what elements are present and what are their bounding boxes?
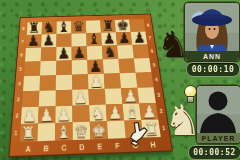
- square-g5[interactable]: [118, 59, 135, 74]
- square-a1[interactable]: ♜: [20, 124, 38, 142]
- square-e6[interactable]: [87, 46, 103, 60]
- coord-label: 8: [144, 20, 152, 31]
- white-pawn-piece[interactable]: ♟: [72, 89, 89, 107]
- black-pawn-piece[interactable]: ♟: [87, 58, 103, 75]
- square-f1[interactable]: [107, 121, 126, 139]
- coord-label: 1: [12, 125, 21, 140]
- white-pawn-piece[interactable]: ♟: [20, 107, 38, 125]
- square-e4[interactable]: ♟: [88, 74, 105, 90]
- square-h5[interactable]: [134, 58, 152, 73]
- white-pawn-piece[interactable]: ♟: [38, 106, 56, 124]
- square-f7[interactable]: ♟: [101, 32, 117, 45]
- white-pawn-piece[interactable]: ♟: [55, 106, 73, 124]
- coord-label: B: [38, 141, 54, 154]
- square-a4[interactable]: [23, 76, 40, 92]
- square-d5[interactable]: [72, 60, 88, 75]
- square-d4[interactable]: [72, 74, 89, 90]
- square-c6[interactable]: ♟: [56, 47, 72, 61]
- square-h7[interactable]: ♟: [131, 31, 148, 44]
- square-f2[interactable]: ♟: [106, 104, 124, 121]
- coord-label: 2: [157, 104, 166, 118]
- coord-label: 6: [148, 45, 156, 57]
- square-g3[interactable]: ♟: [121, 88, 139, 104]
- square-b5[interactable]: [40, 61, 56, 76]
- coord-label: C: [56, 141, 72, 154]
- chess-game-screen: 87654321 87654321 ABCDEFGH ♜♞♝♛♜♚♟♟♝♟♟♟♟…: [0, 0, 240, 160]
- coord-label: A: [20, 142, 37, 155]
- opponent-timer: 00:00:10: [187, 63, 239, 76]
- opponent-panel: ANN: [185, 3, 239, 61]
- coord-label: D: [74, 140, 90, 153]
- square-e7[interactable]: ♝: [86, 33, 102, 46]
- opponent-name: ANN: [185, 51, 239, 61]
- square-c3[interactable]: [56, 90, 73, 106]
- square-h8[interactable]: [129, 19, 145, 32]
- square-h6[interactable]: [132, 44, 149, 58]
- square-c1[interactable]: ♝: [55, 122, 73, 140]
- square-c8[interactable]: ♝: [57, 21, 72, 34]
- square-g2[interactable]: ♝: [123, 104, 142, 121]
- square-g4[interactable]: [120, 73, 138, 88]
- square-e1[interactable]: ♚: [90, 121, 108, 139]
- square-b3[interactable]: [39, 90, 56, 106]
- white-pawn-piece[interactable]: ♟: [122, 87, 139, 105]
- square-d7[interactable]: [71, 33, 86, 46]
- player-timer: 00:00:52: [189, 146, 240, 159]
- square-c4[interactable]: [56, 75, 72, 91]
- square-c5[interactable]: [56, 60, 72, 75]
- white-bishop-piece[interactable]: ♝: [55, 123, 73, 142]
- square-a8[interactable]: ♜: [27, 22, 42, 35]
- white-queen-piece[interactable]: ♛: [72, 122, 90, 141]
- square-b7[interactable]: ♟: [41, 34, 56, 48]
- square-f5[interactable]: [103, 59, 120, 74]
- square-f4[interactable]: [104, 73, 121, 89]
- white-pawn-piece[interactable]: ♟: [106, 104, 124, 122]
- square-d2[interactable]: [72, 105, 89, 122]
- square-f3[interactable]: [105, 88, 123, 104]
- square-e5[interactable]: ♟: [87, 59, 103, 74]
- square-a7[interactable]: ♟: [26, 34, 42, 48]
- player-panel: PLAYER: [197, 86, 240, 143]
- square-d8[interactable]: ♛: [71, 21, 86, 34]
- opponent-portrait: [185, 3, 239, 51]
- square-f6[interactable]: ♞: [102, 45, 118, 59]
- square-d3[interactable]: ♟: [72, 89, 89, 105]
- square-c2[interactable]: ♟: [55, 106, 72, 123]
- square-b4[interactable]: [39, 75, 56, 91]
- coord-label: 3: [154, 88, 163, 102]
- square-d1[interactable]: ♛: [73, 122, 91, 140]
- coord-label: F: [109, 139, 126, 152]
- square-a2[interactable]: ♟: [21, 107, 39, 124]
- square-b1[interactable]: [37, 123, 55, 141]
- coord-label: 1: [159, 121, 169, 136]
- white-knight-piece[interactable]: ♞: [89, 105, 107, 123]
- white-king-piece[interactable]: ♚: [90, 122, 108, 141]
- square-b8[interactable]: ♞: [42, 22, 57, 35]
- square-e8[interactable]: [86, 20, 101, 33]
- square-h3[interactable]: [137, 87, 156, 103]
- coord-label: 7: [146, 32, 154, 43]
- square-a6[interactable]: [25, 48, 41, 62]
- square-b6[interactable]: [41, 47, 57, 61]
- square-g7[interactable]: ♟: [116, 32, 132, 45]
- square-e3[interactable]: [88, 89, 105, 105]
- coord-label: 5: [150, 59, 158, 71]
- hand-cursor[interactable]: [124, 118, 154, 148]
- square-e2[interactable]: ♞: [89, 105, 107, 122]
- white-rook-piece[interactable]: ♜: [19, 124, 37, 143]
- square-a3[interactable]: [22, 91, 39, 107]
- light-bulb-icon[interactable]: [183, 85, 198, 104]
- player-name: PLAYER: [197, 133, 240, 143]
- square-c7[interactable]: [56, 34, 71, 48]
- square-d6[interactable]: ♟: [72, 46, 88, 60]
- square-b2[interactable]: ♟: [38, 106, 55, 123]
- square-g8[interactable]: ♚: [115, 20, 131, 33]
- coord-label: E: [91, 139, 108, 152]
- white-pawn-piece[interactable]: ♟: [88, 73, 105, 90]
- square-a5[interactable]: [24, 61, 41, 76]
- square-f8[interactable]: ♜: [100, 20, 116, 33]
- square-h4[interactable]: [136, 72, 154, 87]
- coord-label: 4: [152, 73, 161, 86]
- player-avatar-silhouette: [197, 86, 240, 133]
- square-g6[interactable]: [117, 45, 134, 59]
